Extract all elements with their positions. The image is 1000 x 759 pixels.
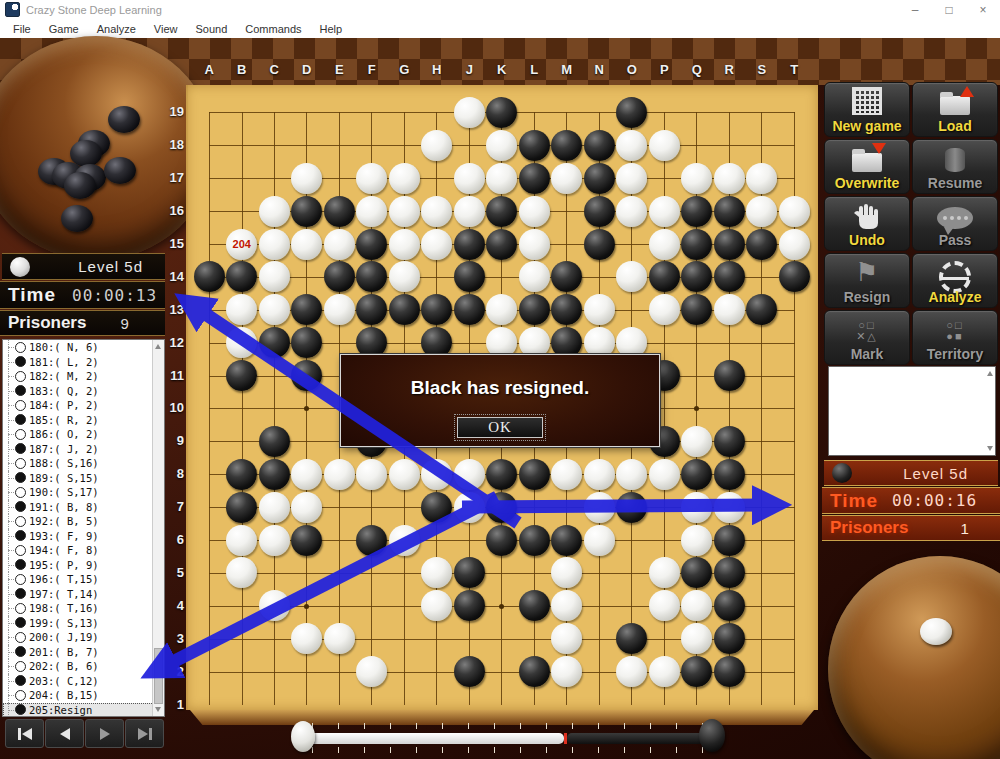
move-text: 198:( T,16) <box>29 602 99 614</box>
black-stone-L13 <box>519 294 550 325</box>
black-stone-B7 <box>226 492 257 523</box>
black-stone-J2 <box>454 656 485 687</box>
move-text: 194:( F, 8) <box>29 544 99 556</box>
white-stone-P16 <box>649 196 680 227</box>
white-move-icon <box>15 342 26 353</box>
flag-icon: ⚑ <box>855 258 878 286</box>
move-text: 192:( B, 5) <box>29 515 99 527</box>
right-level-bar: Level 5d <box>824 460 998 486</box>
white-stone-H18 <box>421 130 452 161</box>
col-label-B: B <box>226 62 259 77</box>
white-stone-T15 <box>779 229 810 260</box>
skip-end-icon <box>138 728 148 740</box>
hand-icon <box>852 203 882 231</box>
white-stone-P15 <box>649 229 680 260</box>
last-move-number: 204 <box>233 238 251 250</box>
white-stone-J19 <box>454 97 485 128</box>
move-list-item-196[interactable]: 196:( T,15) <box>3 572 164 587</box>
white-stone-Q9 <box>681 426 712 457</box>
move-text: 203:( C,12) <box>29 675 99 687</box>
col-label-E: E <box>323 62 356 77</box>
move-text: 204:( B,15) <box>29 689 99 701</box>
black-stone-R11 <box>714 360 745 391</box>
black-stone-F15 <box>356 229 387 260</box>
undo-button[interactable]: Undo <box>824 196 910 251</box>
col-label-P: P <box>648 62 681 77</box>
black-stone-R16 <box>714 196 745 227</box>
col-label-K: K <box>486 62 519 77</box>
move-text: 181:( L, 2) <box>29 356 99 368</box>
black-stone-P14 <box>649 261 680 292</box>
white-stone-C6 <box>259 525 290 556</box>
row-label-16: 16 <box>158 195 184 228</box>
black-stone-R9 <box>714 426 745 457</box>
folder-down-icon <box>852 153 882 172</box>
move-text: 193:( F, 9) <box>29 530 99 542</box>
white-stone-E13 <box>324 294 355 325</box>
first-move-button[interactable] <box>5 719 44 748</box>
white-stone-M17 <box>551 163 582 194</box>
col-label-M: M <box>551 62 584 77</box>
black-stone-E14 <box>324 261 355 292</box>
black-stone-J15 <box>454 229 485 260</box>
black-stone-Q16 <box>681 196 712 227</box>
black-stone-J4 <box>454 590 485 621</box>
black-move-icon <box>15 385 26 396</box>
scroll-up-icon[interactable] <box>155 344 161 349</box>
black-move-icon <box>15 559 26 570</box>
col-label-H: H <box>421 62 454 77</box>
col-label-O: O <box>616 62 649 77</box>
row-label-19: 19 <box>158 96 184 129</box>
move-list-item-189[interactable]: 189:( S,15) <box>3 471 164 486</box>
white-stone-F17 <box>356 163 387 194</box>
white-stone-P4 <box>649 590 680 621</box>
black-stone-R2 <box>714 656 745 687</box>
col-label-Q: Q <box>681 62 714 77</box>
white-stone-G14 <box>389 261 420 292</box>
move-text: 187:( J, 2) <box>29 443 99 455</box>
black-move-icon <box>15 646 26 657</box>
move-text: 205:Resign <box>29 704 92 716</box>
white-stone-C16 <box>259 196 290 227</box>
move-list-item-198[interactable]: 198:( T,16) <box>3 601 164 616</box>
white-move-icon <box>15 371 26 382</box>
move-list-item-199[interactable]: 199:( S,13) <box>3 616 164 631</box>
move-list-item-194[interactable]: 194:( F, 8) <box>3 543 164 558</box>
left-level-label: Level 5d <box>38 258 165 275</box>
black-stone-O7 <box>616 492 647 523</box>
white-stone-J8 <box>454 459 485 490</box>
white-move-icon <box>15 632 26 643</box>
black-stone-R3 <box>714 623 745 654</box>
move-list-scrollbar[interactable] <box>152 340 164 716</box>
prev-icon <box>60 728 70 740</box>
black-stone-Q15 <box>681 229 712 260</box>
menu-file[interactable]: File <box>4 23 40 35</box>
black-stone-D16 <box>291 196 322 227</box>
white-stone-P2 <box>649 656 680 687</box>
move-text: 186:( O, 2) <box>29 428 99 440</box>
slider-remaining-track[interactable] <box>567 733 706 744</box>
new-game-button[interactable]: New game <box>824 82 910 137</box>
white-stone-E15 <box>324 229 355 260</box>
black-stone-J5 <box>454 557 485 588</box>
resume-button[interactable]: Resume <box>912 139 998 194</box>
white-stone-C4 <box>259 590 290 621</box>
black-move-icon <box>15 356 26 367</box>
slider-ticks-top <box>312 723 704 729</box>
window-title: Crazy Stone Deep Learning <box>26 4 162 16</box>
col-label-C: C <box>258 62 291 77</box>
black-stone-L8 <box>519 459 550 490</box>
black-stone-K19 <box>486 97 517 128</box>
white-stone-L16 <box>519 196 550 227</box>
last-move-button[interactable] <box>125 719 164 748</box>
black-stone-S15 <box>746 229 777 260</box>
next-icon <box>100 728 110 740</box>
white-stone-K17 <box>486 163 517 194</box>
move-text: 180:( N, 6) <box>29 341 99 353</box>
white-stone-D8 <box>291 459 322 490</box>
black-stone-K7 <box>486 492 517 523</box>
skip-start-icon <box>22 728 32 740</box>
black-stone-J14 <box>454 261 485 292</box>
menu-help[interactable]: Help <box>311 23 352 35</box>
white-stone-G17 <box>389 163 420 194</box>
mark-button[interactable]: ○□✕△Mark <box>824 310 910 365</box>
white-stone-G8 <box>389 459 420 490</box>
white-stone-N6 <box>584 525 615 556</box>
move-text: 191:( B, 8) <box>29 501 99 513</box>
right-time-label: Time <box>830 490 878 512</box>
white-stone-N8 <box>584 459 615 490</box>
white-stone-C13 <box>259 294 290 325</box>
black-stone-A14 <box>194 261 225 292</box>
move-list-item-192[interactable]: 192:( B, 5) <box>3 514 164 529</box>
white-stone-R7 <box>714 492 745 523</box>
black-stone-R8 <box>714 459 745 490</box>
white-stone-E8 <box>324 459 355 490</box>
move-text: 202:( B, 6) <box>29 660 99 672</box>
right-prisoners-label: Prisoners <box>830 518 908 538</box>
move-list-item-184[interactable]: 184:( P, 2) <box>3 398 164 413</box>
white-stone-R17 <box>714 163 745 194</box>
black-stone-M18 <box>551 130 582 161</box>
white-stone-F8 <box>356 459 387 490</box>
black-stone-K15 <box>486 229 517 260</box>
white-stone-O17 <box>616 163 647 194</box>
white-stone-P5 <box>649 557 680 588</box>
move-text: 196:( T,15) <box>29 573 99 585</box>
black-stone-N18 <box>584 130 615 161</box>
slider-white-knob[interactable] <box>291 721 315 752</box>
button-label: Undo <box>825 232 909 248</box>
captured-black-stone <box>104 157 136 184</box>
white-stone-M8 <box>551 459 582 490</box>
move-list-item-204[interactable]: 204:( B,15) <box>3 688 164 703</box>
white-move-icon <box>15 574 26 585</box>
col-label-F: F <box>356 62 389 77</box>
white-stone-B6 <box>226 525 257 556</box>
territory-shapes-icon: ○□●■ <box>946 320 963 342</box>
black-stone-H7 <box>421 492 452 523</box>
menu-sound[interactable]: Sound <box>187 23 237 35</box>
crazy-stone-window: Crazy Stone Deep Learning – □ × FileGame… <box>0 0 1000 759</box>
row-label-18: 18 <box>158 129 184 162</box>
captured-black-stone <box>61 205 93 232</box>
white-stone-N13 <box>584 294 615 325</box>
black-stone-C9 <box>259 426 290 457</box>
move-list-item-187[interactable]: 187:( J, 2) <box>3 442 164 457</box>
black-stone-R6 <box>714 525 745 556</box>
col-label-A: A <box>193 62 226 77</box>
white-stone-K18 <box>486 130 517 161</box>
white-stone-G6 <box>389 525 420 556</box>
move-text: 190:( S,17) <box>29 486 99 498</box>
comment-box[interactable] <box>828 366 996 456</box>
black-stone-C12 <box>259 327 290 358</box>
move-list-item-188[interactable]: 188:( S,16) <box>3 456 164 471</box>
button-label: Analyze <box>913 289 997 305</box>
title-bar: Crazy Stone Deep Learning – □ × <box>0 0 1000 19</box>
white-stone-O18 <box>616 130 647 161</box>
col-label-J: J <box>453 62 486 77</box>
command-button-grid: New gameLoadOverwriteResumeUndoPass⚑Resi… <box>824 82 1000 365</box>
white-stone-S17 <box>746 163 777 194</box>
move-text: 184:( P, 2) <box>29 399 99 411</box>
white-stone-Q6 <box>681 525 712 556</box>
white-stone-J17 <box>454 163 485 194</box>
move-list-item-197[interactable]: 197:( T,14) <box>3 587 164 602</box>
white-stone-P18 <box>649 130 680 161</box>
left-time-bar: Time 00:00:13 <box>0 281 165 309</box>
white-stone-H8 <box>421 459 452 490</box>
move-text: 188:( S,16) <box>29 457 99 469</box>
move-list-item-186[interactable]: 186:( O, 2) <box>3 427 164 442</box>
white-move-icon <box>15 429 26 440</box>
move-text: 195:( P, 9) <box>29 559 99 571</box>
col-label-N: N <box>583 62 616 77</box>
move-list-item-180[interactable]: 180:( N, 6) <box>3 340 164 355</box>
black-stone-L2 <box>519 656 550 687</box>
captured-white-stone <box>920 618 952 645</box>
comment-scroll-up-icon[interactable] <box>987 371 993 376</box>
left-prisoners-bar: Prisoners 9 <box>0 310 165 336</box>
black-stone-K6 <box>486 525 517 556</box>
white-stone-H15 <box>421 229 452 260</box>
black-move-icon <box>15 501 26 512</box>
white-move-icon <box>15 690 26 701</box>
speech-bubble-icon <box>937 207 973 229</box>
minimize-button[interactable]: – <box>898 0 932 19</box>
captured-black-stone <box>108 106 140 133</box>
move-text: 183:( Q, 2) <box>29 385 99 397</box>
move-list-item-201[interactable]: 201:( B, 7) <box>3 645 164 660</box>
move-list-item-202[interactable]: 202:( B, 6) <box>3 659 164 674</box>
board-grid-icon <box>852 87 882 115</box>
black-move-icon <box>15 443 26 454</box>
move-list-item-191[interactable]: 191:( B, 8) <box>3 500 164 515</box>
move-text: 197:( T,14) <box>29 588 99 600</box>
black-stone-L17 <box>519 163 550 194</box>
move-list-item-195[interactable]: 195:( P, 9) <box>3 558 164 573</box>
dialog-message: Black has resigned. <box>341 377 659 399</box>
move-list-item-193[interactable]: 193:( F, 9) <box>3 529 164 544</box>
black-move-icon <box>15 414 26 425</box>
black-stone-R5 <box>714 557 745 588</box>
analyze-button[interactable]: Analyze <box>912 253 998 308</box>
black-stone-K8 <box>486 459 517 490</box>
white-move-icon <box>15 661 26 672</box>
slider-played-track[interactable] <box>308 733 564 744</box>
move-text: 185:( R, 2) <box>29 414 99 426</box>
white-stone-P8 <box>649 459 680 490</box>
overwrite-button[interactable]: Overwrite <box>824 139 910 194</box>
white-move-icon <box>15 487 26 498</box>
white-stone-H16 <box>421 196 452 227</box>
black-move-icon <box>15 588 26 599</box>
scroll-down-icon[interactable] <box>155 707 161 712</box>
white-stone-G16 <box>389 196 420 227</box>
white-move-icon <box>15 400 26 411</box>
move-list-item-200[interactable]: 200:( J,19) <box>3 630 164 645</box>
right-prisoners-bar: Prisoners 1 <box>822 515 1000 541</box>
left-time-label: Time <box>8 284 56 306</box>
col-label-R: R <box>713 62 746 77</box>
white-stone-S16 <box>746 196 777 227</box>
territory-button[interactable]: ○□●■Territory <box>912 310 998 365</box>
slider-ticks-bottom <box>312 747 704 753</box>
black-stone-L18 <box>519 130 550 161</box>
black-stone-L6 <box>519 525 550 556</box>
scroll-thumb[interactable] <box>154 648 163 704</box>
white-stone-C14 <box>259 261 290 292</box>
white-move-icon <box>15 603 26 614</box>
col-label-G: G <box>388 62 421 77</box>
move-list-item-190[interactable]: 190:( S,17) <box>3 485 164 500</box>
black-stone-D6 <box>291 525 322 556</box>
captured-black-stone <box>64 172 96 199</box>
slider-black-knob[interactable] <box>699 719 725 752</box>
mark-shapes-icon: ○□✕△ <box>856 320 878 342</box>
menu-analyze[interactable]: Analyze <box>88 23 145 35</box>
load-button[interactable]: Load <box>912 82 998 137</box>
right-time-value: 00:00:16 <box>892 491 977 510</box>
black-stone-R14 <box>714 261 745 292</box>
white-stone-D7 <box>291 492 322 523</box>
black-stone-Q8 <box>681 459 712 490</box>
col-label-L: L <box>518 62 551 77</box>
move-list-item-203[interactable]: 203:( C,12) <box>3 674 164 689</box>
black-stone-R4 <box>714 590 745 621</box>
move-list[interactable]: 180:( N, 6)181:( L, 2)182:( M, 2)183:( Q… <box>2 339 165 717</box>
white-stone-Q17 <box>681 163 712 194</box>
black-stone-O19 <box>616 97 647 128</box>
move-list-item-183[interactable]: 183:( Q, 2) <box>3 384 164 399</box>
black-move-icon <box>15 704 26 715</box>
button-label: Overwrite <box>825 175 909 191</box>
white-stone-C15 <box>259 229 290 260</box>
white-move-icon <box>15 516 26 527</box>
next-move-button[interactable] <box>85 719 124 748</box>
button-label: Territory <box>913 346 997 362</box>
comment-scroll-down-icon[interactable] <box>987 446 993 451</box>
close-button[interactable]: × <box>966 0 1000 19</box>
black-stone-R15 <box>714 229 745 260</box>
app-icon <box>5 2 20 17</box>
button-label: New game <box>825 118 909 134</box>
right-level-label: Level 5d <box>860 465 998 482</box>
white-stone-N7 <box>584 492 615 523</box>
button-label: Load <box>913 118 997 134</box>
col-label-D: D <box>291 62 324 77</box>
move-list-item-182[interactable]: 182:( M, 2) <box>3 369 164 384</box>
col-label-S: S <box>746 62 779 77</box>
row-label-17: 17 <box>158 162 184 195</box>
white-stone-D17 <box>291 163 322 194</box>
move-list-item-181[interactable]: 181:( L, 2) <box>3 355 164 370</box>
move-text: 182:( M, 2) <box>29 370 99 382</box>
button-label: Resume <box>913 175 997 191</box>
button-label: Pass <box>913 232 997 248</box>
white-stone-J7 <box>454 492 485 523</box>
button-label: Resign <box>825 289 909 305</box>
white-stone-C7 <box>259 492 290 523</box>
black-stone-B8 <box>226 459 257 490</box>
menu-game[interactable]: Game <box>40 23 88 35</box>
cylinder-icon <box>945 148 965 172</box>
black-move-icon <box>15 675 26 686</box>
pass-button[interactable]: Pass <box>912 196 998 251</box>
black-stone-E16 <box>324 196 355 227</box>
black-stone-icon <box>832 463 852 483</box>
white-move-icon <box>15 458 26 469</box>
move-list-item-185[interactable]: 185:( R, 2) <box>3 413 164 428</box>
prev-move-button[interactable] <box>45 719 84 748</box>
white-stone-E3 <box>324 623 355 654</box>
right-prisoners-value: 1 <box>960 520 968 537</box>
ok-button[interactable]: OK <box>457 417 543 438</box>
white-stone-B15: 204 <box>226 229 257 260</box>
white-stone-R13 <box>714 294 745 325</box>
resign-button[interactable]: ⚑Resign <box>824 253 910 308</box>
maximize-button[interactable]: □ <box>932 0 966 19</box>
move-list-item-205[interactable]: 205:Resign <box>3 703 164 718</box>
move-text: 201:( B, 7) <box>29 646 99 658</box>
white-stone-F16 <box>356 196 387 227</box>
black-stone-N17 <box>584 163 615 194</box>
white-stone-D15 <box>291 229 322 260</box>
right-time-bar: Time 00:00:16 <box>822 487 1000 514</box>
folder-up-icon <box>940 96 970 115</box>
left-time-value: 00:00:13 <box>72 286 157 305</box>
menu-commands[interactable]: Commands <box>236 23 310 35</box>
menu-view[interactable]: View <box>145 23 187 35</box>
black-move-icon <box>15 472 26 483</box>
black-stone-T14 <box>779 261 810 292</box>
black-stone-N15 <box>584 229 615 260</box>
white-stone-L15 <box>519 229 550 260</box>
black-move-icon <box>15 617 26 628</box>
menu-bar: FileGameAnalyzeViewSoundCommandsHelp <box>0 19 1000 38</box>
button-label: Mark <box>825 346 909 362</box>
white-stone-icon <box>10 257 30 277</box>
move-text: 189:( S,15) <box>29 472 99 484</box>
move-text: 200:( J,19) <box>29 631 99 643</box>
white-stone-O16 <box>616 196 647 227</box>
black-stone-G13 <box>389 294 420 325</box>
